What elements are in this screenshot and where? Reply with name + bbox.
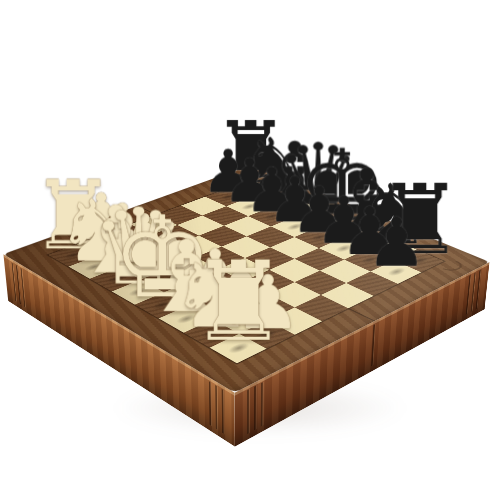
chess-board-box: ♜♞♝♛♚♝♞♜♟♟♟♟♟♟♟♟♟♟♟♟♟♟♟♟♜♞♝♛♚♝♞♜ (3, 165, 489, 393)
product-photo-scene: ♜♞♝♛♚♝♞♜♟♟♟♟♟♟♟♟♟♟♟♟♟♟♟♟♜♞♝♛♚♝♞♜ (0, 0, 500, 500)
spine-groove (261, 382, 263, 426)
spine-groove (471, 272, 476, 312)
spine-groove (215, 385, 217, 430)
spine-groove (254, 386, 256, 431)
piece-white-rook-h1: ♜ (146, 247, 330, 357)
spine-groove (222, 389, 224, 434)
spine-groove (209, 381, 211, 425)
spine-groove (247, 389, 249, 434)
spine-groove (466, 275, 471, 315)
piece-anchor-h7: ♟ (371, 260, 422, 283)
piece-anchor-h1: ♜ (210, 334, 267, 364)
piece-layer: ♜♞♝♛♚♝♞♜♟♟♟♟♟♟♟♟♟♟♟♟♟♟♟♟♜♞♝♛♚♝♞♜ (3, 165, 489, 393)
fold-seam-groove (371, 324, 375, 366)
